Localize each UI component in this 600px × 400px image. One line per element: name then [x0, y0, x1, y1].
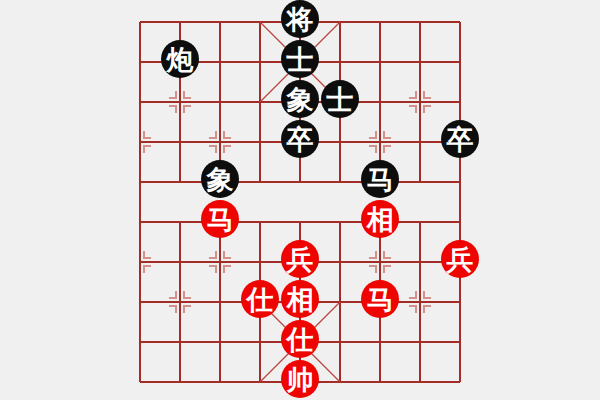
board-point-c4[interactable] [200, 242, 240, 282]
board-point-h7[interactable] [400, 122, 440, 162]
board-point-a3[interactable] [120, 282, 160, 322]
board-point-a2[interactable] [120, 322, 160, 362]
red-soldier-piece[interactable]: 兵 [281, 240, 319, 278]
board-point-g9[interactable] [360, 42, 400, 82]
board-point-i2[interactable] [440, 322, 480, 362]
board-point-i8[interactable] [440, 82, 480, 122]
board-point-e6[interactable] [280, 162, 320, 202]
board-point-f4[interactable] [320, 242, 360, 282]
board-point-f2[interactable] [320, 322, 360, 362]
black-general-piece[interactable]: 将 [281, 0, 319, 38]
board-point-e10[interactable]: 将 [280, 2, 320, 42]
board-point-e3[interactable]: 相 [280, 282, 320, 322]
board-point-h2[interactable] [400, 322, 440, 362]
board-point-e2[interactable]: 仕 [280, 322, 320, 362]
board-point-h3[interactable] [400, 282, 440, 322]
board-point-h8[interactable] [400, 82, 440, 122]
board-point-d5[interactable] [240, 202, 280, 242]
red-soldier-piece[interactable]: 兵 [441, 240, 479, 278]
board-point-g3[interactable]: 马 [360, 282, 400, 322]
board-point-b8[interactable] [160, 82, 200, 122]
board-point-b3[interactable] [160, 282, 200, 322]
black-soldier-piece[interactable]: 卒 [281, 120, 319, 158]
board-point-b2[interactable] [160, 322, 200, 362]
red-elephant-piece[interactable]: 相 [281, 280, 319, 318]
board-point-d10[interactable] [240, 2, 280, 42]
board-point-e1[interactable]: 帅 [280, 362, 320, 400]
board-point-f3[interactable] [320, 282, 360, 322]
red-horse-piece[interactable]: 马 [201, 200, 239, 238]
board-point-a10[interactable] [120, 2, 160, 42]
board-point-d8[interactable] [240, 82, 280, 122]
black-advisor-piece[interactable]: 士 [281, 40, 319, 78]
board-point-e7[interactable]: 卒 [280, 122, 320, 162]
board-point-d9[interactable] [240, 42, 280, 82]
board-point-a1[interactable] [120, 362, 160, 400]
board-point-f8[interactable]: 士 [320, 82, 360, 122]
black-cannon-piece[interactable]: 炮 [161, 40, 199, 78]
board-point-c5[interactable]: 马 [200, 202, 240, 242]
board-point-f9[interactable] [320, 42, 360, 82]
board-point-g2[interactable] [360, 322, 400, 362]
board-point-e8[interactable]: 象 [280, 82, 320, 122]
board-point-c1[interactable] [200, 362, 240, 400]
board-point-h5[interactable] [400, 202, 440, 242]
app-background: 将炮士象士卒卒象马马相兵兵仕相马仕帅 [0, 0, 600, 400]
board-point-f6[interactable] [320, 162, 360, 202]
board-point-a8[interactable] [120, 82, 160, 122]
board-point-c7[interactable] [200, 122, 240, 162]
board-point-e5[interactable] [280, 202, 320, 242]
board-point-d2[interactable] [240, 322, 280, 362]
board-point-c10[interactable] [200, 2, 240, 42]
board-point-b1[interactable] [160, 362, 200, 400]
black-soldier-piece[interactable]: 卒 [441, 120, 479, 158]
board-point-f5[interactable] [320, 202, 360, 242]
red-advisor-piece[interactable]: 仕 [241, 280, 279, 318]
board-point-c3[interactable] [200, 282, 240, 322]
board-point-g4[interactable] [360, 242, 400, 282]
board-point-h1[interactable] [400, 362, 440, 400]
board-point-b4[interactable] [160, 242, 200, 282]
board-point-a4[interactable] [120, 242, 160, 282]
board-point-d1[interactable] [240, 362, 280, 400]
board-point-h9[interactable] [400, 42, 440, 82]
board-point-c9[interactable] [200, 42, 240, 82]
board-point-g1[interactable] [360, 362, 400, 400]
board-point-e4[interactable]: 兵 [280, 242, 320, 282]
red-general-piece[interactable]: 帅 [281, 360, 319, 398]
board-point-a7[interactable] [120, 122, 160, 162]
board-point-d3[interactable]: 仕 [240, 282, 280, 322]
board-point-d6[interactable] [240, 162, 280, 202]
board-point-i5[interactable] [440, 202, 480, 242]
black-elephant-piece[interactable]: 象 [201, 160, 239, 198]
board-point-g5[interactable]: 相 [360, 202, 400, 242]
board-point-h6[interactable] [400, 162, 440, 202]
board-point-i1[interactable] [440, 362, 480, 400]
board-point-i6[interactable] [440, 162, 480, 202]
board-point-c6[interactable]: 象 [200, 162, 240, 202]
board-point-i7[interactable]: 卒 [440, 122, 480, 162]
board-point-i4[interactable]: 兵 [440, 242, 480, 282]
black-horse-piece[interactable]: 马 [361, 160, 399, 198]
board-point-e9[interactable]: 士 [280, 42, 320, 82]
board-point-i9[interactable] [440, 42, 480, 82]
board-point-b10[interactable] [160, 2, 200, 42]
board-point-c2[interactable] [200, 322, 240, 362]
board-point-d4[interactable] [240, 242, 280, 282]
black-advisor-piece[interactable]: 士 [321, 80, 359, 118]
board-point-a6[interactable] [120, 162, 160, 202]
board-point-i3[interactable] [440, 282, 480, 322]
board-point-a9[interactable] [120, 42, 160, 82]
xiangqi-board: 将炮士象士卒卒象马马相兵兵仕相马仕帅 [0, 0, 600, 400]
board-point-g8[interactable] [360, 82, 400, 122]
board-point-b5[interactable] [160, 202, 200, 242]
board-point-g7[interactable] [360, 122, 400, 162]
board-point-b6[interactable] [160, 162, 200, 202]
board-point-i10[interactable] [440, 2, 480, 42]
board-point-f1[interactable] [320, 362, 360, 400]
board-point-g6[interactable]: 马 [360, 162, 400, 202]
black-elephant-piece[interactable]: 象 [281, 80, 319, 118]
board-point-h10[interactable] [400, 2, 440, 42]
board-point-f10[interactable] [320, 2, 360, 42]
board-point-f7[interactable] [320, 122, 360, 162]
red-advisor-piece[interactable]: 仕 [281, 320, 319, 358]
board-point-d7[interactable] [240, 122, 280, 162]
board-point-g10[interactable] [360, 2, 400, 42]
red-horse-piece[interactable]: 马 [361, 280, 399, 318]
board-point-h4[interactable] [400, 242, 440, 282]
board-point-b7[interactable] [160, 122, 200, 162]
red-elephant-piece[interactable]: 相 [361, 200, 399, 238]
board-points-layer: 将炮士象士卒卒象马马相兵兵仕相马仕帅 [120, 2, 480, 400]
board-point-c8[interactable] [200, 82, 240, 122]
board-point-b9[interactable]: 炮 [160, 42, 200, 82]
board-point-a5[interactable] [120, 202, 160, 242]
